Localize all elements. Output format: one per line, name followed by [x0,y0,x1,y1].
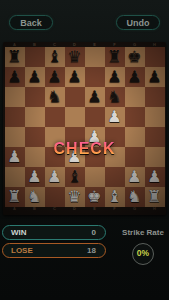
square-d2[interactable]: ♝ [65,167,85,187]
piece-black-queen[interactable]: ♛ [65,47,85,67]
square-h3[interactable] [145,147,165,167]
piece-black-pawn[interactable]: ♟ [85,87,105,107]
square-f7[interactable]: ♟ [105,67,125,87]
piece-black-knight[interactable]: ♞ [105,87,125,107]
square-c4[interactable] [45,127,65,147]
square-b5[interactable] [25,107,45,127]
piece-white-rook[interactable]: ♜ [5,187,25,207]
piece-black-pawn[interactable]: ♟ [65,67,85,87]
square-g1[interactable]: ♞ [125,187,145,207]
square-d5[interactable] [65,107,85,127]
piece-black-rook[interactable]: ♜ [5,47,25,67]
piece-white-pawn[interactable]: ♟ [85,127,105,147]
square-h6[interactable] [145,87,165,107]
square-g4[interactable] [125,127,145,147]
square-a7[interactable]: ♟ [5,67,25,87]
square-d4[interactable] [65,127,85,147]
file-labels-bottom: ABCDEFGH [5,207,165,211]
file-label-c: C [45,207,65,211]
square-b6[interactable] [25,87,45,107]
piece-black-pawn[interactable]: ♟ [25,67,45,87]
strike-rate-badge: 0% [132,243,154,265]
square-a8[interactable]: ♜ [5,47,25,67]
square-d3[interactable]: ♟ [65,147,85,167]
undo-button[interactable]: Undo [116,15,160,30]
square-e4[interactable]: ♟ [85,127,105,147]
square-c2[interactable]: ♟ [45,167,65,187]
square-f2[interactable] [105,167,125,187]
win-value: 0 [92,228,96,237]
square-d1[interactable]: ♛ [65,187,85,207]
piece-white-pawn[interactable]: ♟ [125,167,145,187]
piece-black-pawn[interactable]: ♟ [145,67,165,87]
file-label-d: D [65,207,85,211]
square-a5[interactable] [5,107,25,127]
file-label-a: A [5,207,25,211]
piece-black-bishop[interactable]: ♝ [65,167,85,187]
square-g5[interactable] [125,107,145,127]
lose-label: LOSE [11,246,33,255]
piece-black-rook[interactable]: ♜ [105,47,125,67]
piece-black-bishop[interactable]: ♝ [45,47,65,67]
square-h8[interactable] [145,47,165,67]
chess-app-screen: Back Undo ABCDEFGH ♜♝♛♜♚♟♟♟♟♟♟♟♞♟♞♟♟♟♟♟♟… [0,0,169,300]
square-e3[interactable] [85,147,105,167]
square-c8[interactable]: ♝ [45,47,65,67]
square-a2[interactable] [5,167,25,187]
square-c3[interactable] [45,147,65,167]
piece-white-queen[interactable]: ♛ [65,187,85,207]
square-h2[interactable]: ♟ [145,167,165,187]
file-label-b: B [25,207,45,211]
square-e1[interactable]: ♚ [85,187,105,207]
win-label: WIN [11,228,27,237]
piece-black-pawn[interactable]: ♟ [125,67,145,87]
piece-white-pawn[interactable]: ♟ [45,167,65,187]
square-g7[interactable]: ♟ [125,67,145,87]
lose-counter: LOSE 18 [2,243,106,258]
square-g3[interactable] [125,147,145,167]
piece-white-knight[interactable]: ♞ [125,187,145,207]
square-b3[interactable] [25,147,45,167]
piece-white-bishop[interactable]: ♝ [105,187,125,207]
square-b8[interactable] [25,47,45,67]
square-e5[interactable] [85,107,105,127]
square-d8[interactable]: ♛ [65,47,85,67]
square-f6[interactable]: ♞ [105,87,125,107]
piece-white-pawn[interactable]: ♟ [65,147,85,167]
piece-white-pawn[interactable]: ♟ [145,167,165,187]
piece-white-pawn[interactable]: ♟ [5,147,25,167]
square-f8[interactable]: ♜ [105,47,125,67]
piece-black-pawn[interactable]: ♟ [5,67,25,87]
chess-board: ABCDEFGH ♜♝♛♜♚♟♟♟♟♟♟♟♞♟♞♟♟♟♟♟♟♝♟♟♜♞♛♚♝♞♜… [3,42,166,215]
file-label-e: E [85,207,105,211]
square-f5[interactable]: ♟ [105,107,125,127]
square-h5[interactable] [145,107,165,127]
piece-black-king[interactable]: ♚ [125,47,145,67]
board-grid: ♜♝♛♜♚♟♟♟♟♟♟♟♞♟♞♟♟♟♟♟♟♝♟♟♜♞♛♚♝♞♜ [5,47,165,207]
piece-white-rook[interactable]: ♜ [145,187,165,207]
lose-value: 18 [87,246,96,255]
square-b2[interactable]: ♟ [25,167,45,187]
piece-black-pawn[interactable]: ♟ [45,67,65,87]
square-a1[interactable]: ♜ [5,187,25,207]
square-h7[interactable]: ♟ [145,67,165,87]
square-f1[interactable]: ♝ [105,187,125,207]
square-f3[interactable] [105,147,125,167]
square-e7[interactable] [85,67,105,87]
strike-rate-label: Strike Rate [118,228,168,237]
square-e8[interactable] [85,47,105,67]
piece-white-pawn[interactable]: ♟ [105,107,125,127]
square-b1[interactable]: ♞ [25,187,45,207]
square-d6[interactable] [65,87,85,107]
piece-white-king[interactable]: ♚ [85,187,105,207]
piece-black-pawn[interactable]: ♟ [105,67,125,87]
square-b4[interactable] [25,127,45,147]
square-a4[interactable] [5,127,25,147]
piece-white-pawn[interactable]: ♟ [25,167,45,187]
file-label-f: F [105,207,125,211]
square-h1[interactable]: ♜ [145,187,165,207]
square-b7[interactable]: ♟ [25,67,45,87]
square-d7[interactable]: ♟ [65,67,85,87]
square-g6[interactable] [125,87,145,107]
square-g2[interactable]: ♟ [125,167,145,187]
file-label-g: G [125,207,145,211]
square-h4[interactable] [145,127,165,147]
win-counter: WIN 0 [2,225,106,240]
piece-black-knight[interactable]: ♞ [45,87,65,107]
file-label-h: H [145,207,165,211]
square-c6[interactable]: ♞ [45,87,65,107]
square-f4[interactable] [105,127,125,147]
square-c5[interactable] [45,107,65,127]
square-e6[interactable]: ♟ [85,87,105,107]
square-c7[interactable]: ♟ [45,67,65,87]
square-e2[interactable] [85,167,105,187]
square-g8[interactable]: ♚ [125,47,145,67]
square-a6[interactable] [5,87,25,107]
square-a3[interactable]: ♟ [5,147,25,167]
back-button[interactable]: Back [9,15,53,30]
square-c1[interactable] [45,187,65,207]
piece-white-knight[interactable]: ♞ [25,187,45,207]
